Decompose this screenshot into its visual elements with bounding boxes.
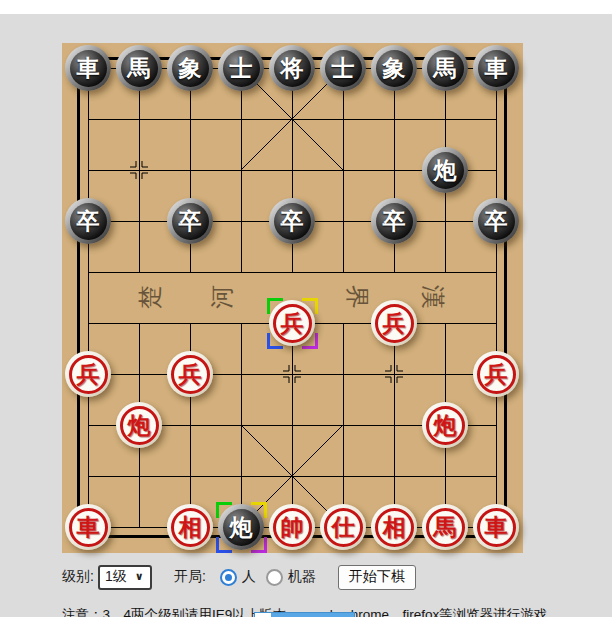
piece-glyph: 象 [172, 50, 209, 87]
piece-red-elephant[interactable]: 相 [371, 504, 417, 550]
board-point: 士 [216, 43, 267, 94]
board-point: 炮 [216, 502, 267, 553]
piece-glyph: 帥 [273, 508, 312, 547]
piece-black-cannon[interactable]: 炮 [422, 147, 468, 193]
piece-black-soldier[interactable]: 卒 [473, 198, 519, 244]
piece-glyph: 卒 [274, 203, 311, 240]
board-point: 車 [63, 43, 114, 94]
piece-glyph: 車 [477, 508, 516, 547]
piece-glyph: 卒 [70, 203, 107, 240]
piece-glyph: 象 [376, 50, 413, 87]
piece-glyph: 兵 [69, 355, 108, 394]
piece-black-soldier[interactable]: 卒 [371, 198, 417, 244]
piece-red-horse[interactable]: 馬 [422, 504, 468, 550]
start-game-button[interactable]: 开始下棋 [338, 565, 416, 590]
piece-glyph: 士 [223, 50, 260, 87]
piece-black-chariot[interactable]: 車 [65, 45, 111, 91]
opening-label: 开局: [174, 568, 206, 586]
board-point: 兵 [165, 349, 216, 400]
board-point: 象 [165, 43, 216, 94]
piece-glyph: 兵 [273, 304, 312, 343]
cutoff-widget [254, 612, 355, 617]
board-point: 士 [318, 43, 369, 94]
piece-black-advisor[interactable]: 士 [218, 45, 264, 91]
piece-glyph: 卒 [376, 203, 413, 240]
piece-red-advisor[interactable]: 仕 [320, 504, 366, 550]
piece-black-soldier[interactable]: 卒 [65, 198, 111, 244]
piece-glyph: 炮 [427, 152, 464, 189]
board-point: 車 [471, 502, 522, 553]
board-point: 象 [369, 43, 420, 94]
radio-human-label: 人 [242, 568, 256, 586]
piece-glyph: 馬 [121, 50, 158, 87]
chevron-down-icon: ∨ [135, 570, 144, 583]
piece-glyph: 卒 [172, 203, 209, 240]
piece-red-cannon[interactable]: 炮 [422, 402, 468, 448]
board-point: 車 [63, 502, 114, 553]
piece-red-general[interactable]: 帥 [269, 504, 315, 550]
piece-black-soldier[interactable]: 卒 [269, 198, 315, 244]
piece-glyph: 兵 [477, 355, 516, 394]
piece-red-soldier[interactable]: 兵 [269, 300, 315, 346]
piece-black-cannon[interactable]: 炮 [218, 504, 264, 550]
piece-black-horse[interactable]: 馬 [116, 45, 162, 91]
piece-glyph: 馬 [426, 508, 465, 547]
piece-black-elephant[interactable]: 象 [371, 45, 417, 91]
level-select-value: 1级 [105, 568, 127, 586]
board-point: 馬 [420, 43, 471, 94]
piece-glyph: 馬 [427, 50, 464, 87]
piece-red-chariot[interactable]: 車 [473, 504, 519, 550]
piece-glyph: 士 [325, 50, 362, 87]
board-point: 相 [369, 502, 420, 553]
piece-glyph: 兵 [171, 355, 210, 394]
level-select[interactable]: 1级 ∨ [98, 565, 152, 590]
board-point: 卒 [267, 196, 318, 247]
piece-glyph: 仕 [324, 508, 363, 547]
piece-glyph: 相 [171, 508, 210, 547]
board-point: 仕 [318, 502, 369, 553]
page-background: 楚 河 界 漢 車馬象士将士象馬車炮卒卒卒卒卒兵兵兵兵兵炮炮車相炮帥仕相馬車 级… [0, 14, 612, 617]
board-point: 炮 [114, 400, 165, 451]
piece-glyph: 車 [70, 50, 107, 87]
board-point: 車 [471, 43, 522, 94]
controls-bar: 级别: 1级 ∨ 开局: 人 机器 开始下棋 [62, 564, 416, 590]
piece-black-horse[interactable]: 馬 [422, 45, 468, 91]
piece-glyph: 卒 [478, 203, 515, 240]
board-point: 馬 [114, 43, 165, 94]
radio-machine-label: 机器 [288, 568, 316, 586]
board-point: 卒 [63, 196, 114, 247]
piece-glyph: 車 [478, 50, 515, 87]
xiangqi-board: 楚 河 界 漢 車馬象士将士象馬車炮卒卒卒卒卒兵兵兵兵兵炮炮車相炮帥仕相馬車 [62, 43, 523, 553]
piece-red-elephant[interactable]: 相 [167, 504, 213, 550]
radio-machine[interactable] [266, 569, 283, 586]
piece-black-chariot[interactable]: 車 [473, 45, 519, 91]
piece-red-cannon[interactable]: 炮 [116, 402, 162, 448]
piece-red-soldier[interactable]: 兵 [473, 351, 519, 397]
board-point: 兵 [63, 349, 114, 400]
board-point: 卒 [165, 196, 216, 247]
board-point: 卒 [369, 196, 420, 247]
board-point: 炮 [420, 400, 471, 451]
board-point: 帥 [267, 502, 318, 553]
board-point: 馬 [420, 502, 471, 553]
board-point: 兵 [267, 298, 318, 349]
piece-black-advisor[interactable]: 士 [320, 45, 366, 91]
piece-glyph: 兵 [375, 304, 414, 343]
piece-black-elephant[interactable]: 象 [167, 45, 213, 91]
piece-glyph: 相 [375, 508, 414, 547]
piece-black-soldier[interactable]: 卒 [167, 198, 213, 244]
board-point: 卒 [471, 196, 522, 247]
board-point: 将 [267, 43, 318, 94]
piece-glyph: 炮 [426, 406, 465, 445]
piece-red-soldier[interactable]: 兵 [371, 300, 417, 346]
piece-glyph: 車 [69, 508, 108, 547]
level-label: 级别: [62, 568, 94, 586]
board-point: 兵 [471, 349, 522, 400]
board-point: 炮 [420, 145, 471, 196]
piece-grid: 車馬象士将士象馬車炮卒卒卒卒卒兵兵兵兵兵炮炮車相炮帥仕相馬車 [63, 43, 522, 553]
radio-human[interactable] [220, 569, 237, 586]
piece-red-soldier[interactable]: 兵 [167, 351, 213, 397]
piece-red-chariot[interactable]: 車 [65, 504, 111, 550]
piece-glyph: 炮 [120, 406, 159, 445]
board-point: 相 [165, 502, 216, 553]
piece-red-soldier[interactable]: 兵 [65, 351, 111, 397]
piece-glyph: 炮 [223, 509, 260, 546]
piece-glyph: 将 [274, 50, 311, 87]
piece-black-general[interactable]: 将 [269, 45, 315, 91]
board-point: 兵 [369, 298, 420, 349]
